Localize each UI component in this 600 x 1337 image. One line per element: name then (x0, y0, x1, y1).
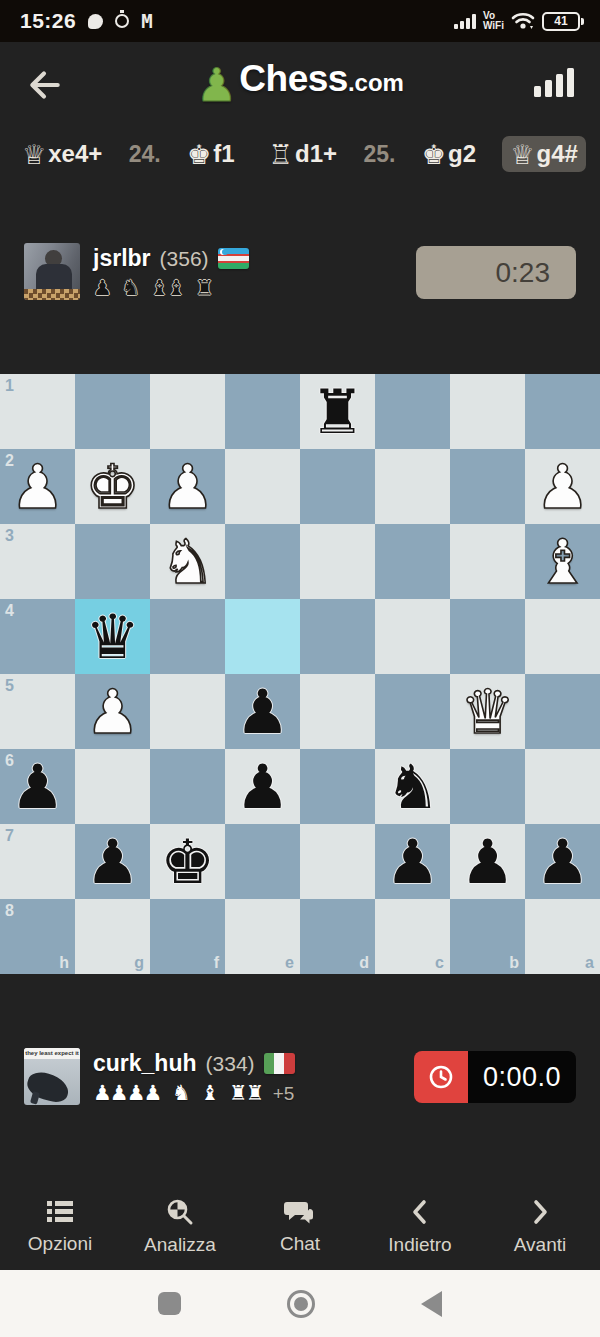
move-number: 24. (129, 141, 161, 168)
rank-label: 5 (5, 677, 14, 695)
android-back-button[interactable] (421, 1291, 442, 1317)
file-label: e (285, 954, 294, 972)
white-pawn: ♟ (85, 674, 140, 749)
square-h5[interactable]: 5 (0, 674, 75, 749)
clock-time-section: 0:00.0 (468, 1051, 576, 1103)
black-pawn: ♟ (85, 824, 140, 899)
clock-time: 15:26 (20, 9, 76, 33)
square-e3[interactable] (225, 524, 300, 599)
square-d1[interactable]: ♜ (300, 374, 375, 449)
square-b5[interactable]: ♛ (450, 674, 525, 749)
square-c2[interactable] (375, 449, 450, 524)
square-c1[interactable] (375, 374, 450, 449)
move-list: ♕xe4+24.♚f1♖d1+25.♚g2♕g4# (0, 130, 600, 178)
analyze-magnifier-icon (165, 1197, 195, 1227)
square-h4[interactable]: 4 (0, 599, 75, 674)
square-g5[interactable]: ♟ (75, 674, 150, 749)
white-pawn: ♟ (160, 449, 215, 524)
white-knight: ♞ (160, 524, 215, 599)
black-pawn: ♟ (460, 824, 515, 899)
move-item[interactable]: ♕g4# (502, 136, 586, 172)
black-pawn: ♟ (385, 824, 440, 899)
move-san: xe4+ (48, 140, 102, 168)
square-b3[interactable] (450, 524, 525, 599)
square-a3[interactable]: ♝ (525, 524, 600, 599)
move-san: f1 (213, 140, 234, 168)
square-b2[interactable] (450, 449, 525, 524)
square-f7[interactable]: ♚ (150, 824, 225, 899)
square-h7[interactable]: 7 (0, 824, 75, 899)
clock-alert-icon (427, 1063, 455, 1091)
player-top-clock: 0:23 (416, 246, 576, 299)
square-g3[interactable] (75, 524, 150, 599)
gmail-icon: M (141, 10, 152, 32)
status-bar: 15:26 M VoWiFi 41 (0, 0, 600, 42)
white-bishop: ♝ (535, 524, 590, 599)
file-label: d (359, 954, 369, 972)
back-move-button[interactable]: Indietro (360, 1186, 480, 1266)
square-h3[interactable]: 3 (0, 524, 75, 599)
file-label: g (134, 954, 144, 972)
square-c6[interactable]: ♞ (375, 749, 450, 824)
square-d2[interactable] (300, 449, 375, 524)
italy-flag-icon (264, 1053, 295, 1074)
square-e7[interactable] (225, 824, 300, 899)
white-king: ♚ (85, 449, 140, 524)
player-top-captured-pieces: ♟ ♞ ♝♝ ♜ (93, 275, 249, 301)
logo-text-chess: Chess (239, 58, 348, 100)
black-pawn: ♟ (535, 824, 590, 899)
square-b6[interactable] (450, 749, 525, 824)
chesscom-logo: ♟Chess.com (0, 58, 600, 112)
move-san: g2 (448, 140, 476, 168)
player-bottom-avatar[interactable]: they least expect it (24, 1048, 80, 1105)
chess-board: 1♜2♟♚♟♟3♞♝4♛5♟♟♛6♟♟♞7♟♚♟♟♟8hgfedcba (0, 374, 600, 974)
square-b1[interactable] (450, 374, 525, 449)
move-figurine: ♖ (269, 141, 293, 168)
options-button[interactable]: Opzioni (0, 1186, 120, 1266)
rank-label: 4 (5, 602, 14, 620)
square-e1[interactable] (225, 374, 300, 449)
square-g1[interactable] (75, 374, 150, 449)
square-f3[interactable]: ♞ (150, 524, 225, 599)
player-top-avatar[interactable] (24, 243, 80, 300)
chat-bubbles-icon (284, 1198, 316, 1226)
rank-label: 2 (5, 452, 14, 470)
square-h2[interactable]: 2♟ (0, 449, 75, 524)
move-figurine: ♚ (187, 141, 211, 168)
square-f6[interactable] (150, 749, 225, 824)
player-bottom-clock: 0:00.0 (414, 1051, 576, 1103)
square-c8[interactable]: c (375, 899, 450, 974)
move-item[interactable]: ♖d1+ (261, 136, 345, 172)
move-number: 25. (363, 141, 395, 168)
chat-button[interactable]: Chat (240, 1186, 360, 1266)
player-top[interactable]: jsrlbr (356) ♟ ♞ ♝♝ ♜ (24, 243, 249, 301)
square-d7[interactable] (300, 824, 375, 899)
white-pawn: ♟ (10, 449, 65, 524)
square-d5[interactable] (300, 674, 375, 749)
move-figurine: ♚ (422, 141, 446, 168)
square-f4[interactable] (150, 599, 225, 674)
square-f8[interactable]: f (150, 899, 225, 974)
move-item[interactable]: ♚g2 (414, 136, 484, 172)
square-g4[interactable]: ♛ (75, 599, 150, 674)
square-c7[interactable]: ♟ (375, 824, 450, 899)
square-a6[interactable] (525, 749, 600, 824)
square-c5[interactable] (375, 674, 450, 749)
player-bottom-name[interactable]: curk_huh (93, 1050, 197, 1077)
square-e5[interactable]: ♟ (225, 674, 300, 749)
material-advantage: +5 (273, 1083, 295, 1104)
chevron-left-icon (407, 1197, 433, 1227)
avatar-chessboard-strip (24, 289, 80, 300)
player-bottom[interactable]: they least expect it curk_huh (334) ♟♟♟♟… (24, 1048, 295, 1107)
square-e2[interactable] (225, 449, 300, 524)
black-knight: ♞ (385, 749, 440, 824)
wifi-icon (511, 10, 535, 32)
logo-text-com: .com (348, 69, 404, 97)
square-h1[interactable]: 1 (0, 374, 75, 449)
square-g7[interactable]: ♟ (75, 824, 150, 899)
square-f2[interactable]: ♟ (150, 449, 225, 524)
rank-label: 3 (5, 527, 14, 545)
move-san: g4# (537, 140, 578, 168)
square-e8[interactable]: e (225, 899, 300, 974)
square-b7[interactable]: ♟ (450, 824, 525, 899)
black-king: ♚ (160, 824, 215, 899)
file-label: b (509, 954, 519, 972)
square-a1[interactable] (525, 374, 600, 449)
square-e6[interactable]: ♟ (225, 749, 300, 824)
rank-label: 1 (5, 377, 14, 395)
square-g8[interactable]: g (75, 899, 150, 974)
black-queen: ♛ (85, 599, 140, 674)
battery-icon: 41 (542, 12, 580, 31)
black-pawn: ♟ (235, 674, 290, 749)
move-item[interactable]: ♕xe4+ (14, 136, 110, 172)
rank-label: 7 (5, 827, 14, 845)
avatar-meme-caption: they least expect it (24, 1048, 80, 1059)
square-b4[interactable] (450, 599, 525, 674)
home-button[interactable] (287, 1290, 315, 1318)
pawn-logo-icon: ♟ (196, 58, 237, 112)
square-d6[interactable] (300, 749, 375, 824)
square-f5[interactable] (150, 674, 225, 749)
square-h8[interactable]: 8h (0, 899, 75, 974)
black-pawn: ♟ (10, 749, 65, 824)
square-d8[interactable]: d (300, 899, 375, 974)
move-figurine: ♕ (510, 141, 534, 168)
square-c4[interactable] (375, 599, 450, 674)
square-e4[interactable] (225, 599, 300, 674)
square-b8[interactable]: b (450, 899, 525, 974)
file-label: a (585, 954, 594, 972)
player-top-name[interactable]: jsrlbr (93, 245, 151, 272)
app-header: ♟Chess.com (0, 42, 600, 128)
move-figurine: ♕ (22, 141, 46, 168)
recents-button[interactable] (158, 1292, 181, 1315)
cellular-signal-icon (454, 14, 476, 29)
uzbekistan-flag-icon (218, 248, 249, 269)
avatar-dog-figure (24, 1069, 72, 1105)
android-navbar (0, 1270, 600, 1337)
square-d3[interactable] (300, 524, 375, 599)
square-d4[interactable] (300, 599, 375, 674)
square-g2[interactable]: ♚ (75, 449, 150, 524)
analyze-button[interactable]: Analizza (120, 1186, 240, 1266)
player-bottom-rating: (334) (206, 1052, 255, 1076)
player-bottom-captured-pieces: ♟♟♟♟ ♞ ♝ ♜♜+5 (93, 1080, 295, 1107)
clock-flag-section (414, 1051, 468, 1103)
file-label: h (59, 954, 69, 972)
square-a5[interactable] (525, 674, 600, 749)
square-f1[interactable] (150, 374, 225, 449)
notification-icons: M (88, 10, 152, 32)
square-a8[interactable]: a (525, 899, 600, 974)
bottom-toolbar: Opzioni Analizza Chat Indietro (0, 1186, 600, 1266)
move-san: d1+ (295, 140, 337, 168)
status-right-cluster: VoWiFi 41 (454, 10, 580, 32)
connection-strength-icon[interactable] (534, 68, 574, 97)
options-list-icon (45, 1198, 75, 1226)
white-queen: ♛ (460, 674, 515, 749)
rank-label: 8 (5, 902, 14, 920)
square-a4[interactable] (525, 599, 600, 674)
chess-app-screen: 15:26 M VoWiFi 41 ♟Ch (0, 0, 600, 1337)
square-g6[interactable] (75, 749, 150, 824)
square-a7[interactable]: ♟ (525, 824, 600, 899)
stopwatch-icon (115, 14, 129, 28)
vowifi-label: VoWiFi (483, 11, 504, 31)
chevron-right-icon (527, 1197, 553, 1227)
move-item[interactable]: ♚f1 (179, 136, 243, 172)
square-a2[interactable]: ♟ (525, 449, 600, 524)
black-pawn: ♟ (235, 749, 290, 824)
square-h6[interactable]: 6♟ (0, 749, 75, 824)
player-top-rating: (356) (160, 247, 209, 271)
white-pawn: ♟ (535, 449, 590, 524)
chat-notification-icon (88, 14, 103, 29)
forward-move-button[interactable]: Avanti (480, 1186, 600, 1266)
file-label: c (435, 954, 444, 972)
file-label: f (214, 954, 219, 972)
black-rook: ♜ (310, 374, 365, 449)
square-c3[interactable] (375, 524, 450, 599)
rank-label: 6 (5, 752, 14, 770)
